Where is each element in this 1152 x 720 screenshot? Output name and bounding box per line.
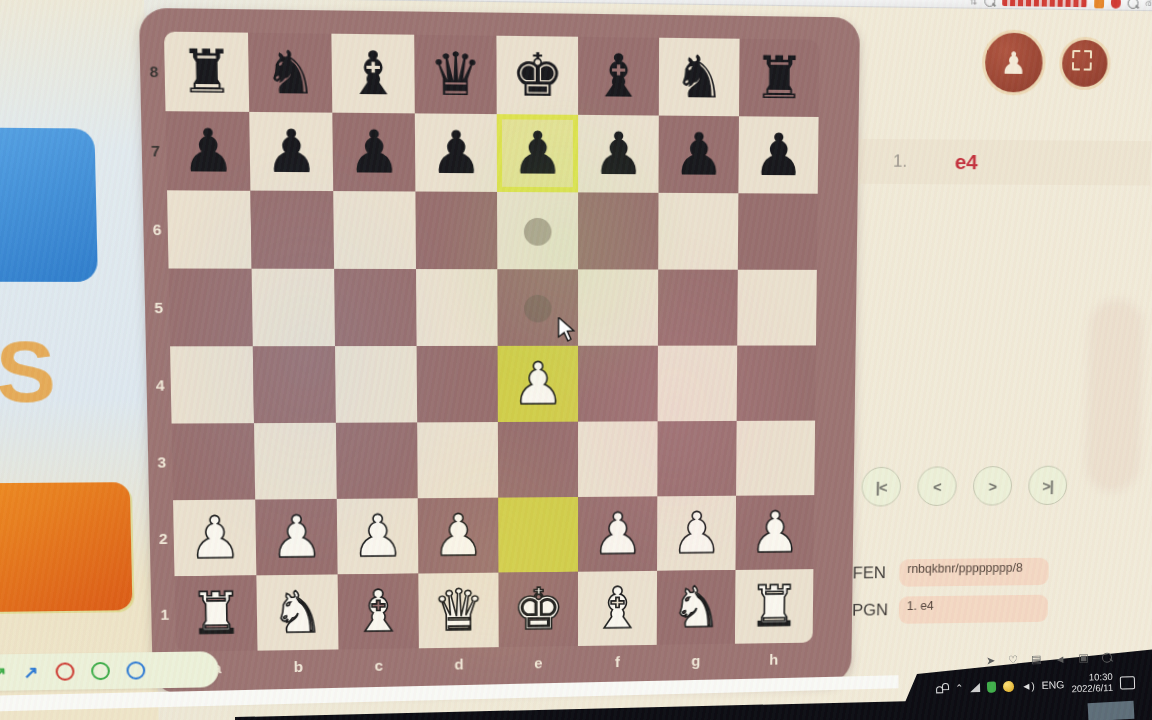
square-a2[interactable]: ♟ bbox=[173, 500, 256, 577]
pgn-row: PGN 1. e4 bbox=[852, 594, 1139, 625]
rank-label-2: 2 bbox=[154, 500, 172, 576]
piece-white-n[interactable]: ♞ bbox=[671, 579, 722, 636]
square-d5[interactable] bbox=[416, 269, 498, 346]
green-arrow-tool[interactable]: ↗ bbox=[0, 664, 7, 681]
file-label-g: g bbox=[657, 652, 735, 670]
piece-black-k[interactable]: ♚ bbox=[511, 45, 564, 105]
square-c7[interactable]: ♟ bbox=[332, 113, 415, 192]
square-c3[interactable] bbox=[336, 422, 418, 498]
square-f8[interactable]: ♝ bbox=[578, 37, 659, 116]
square-f6[interactable] bbox=[578, 192, 658, 269]
rank-label-7: 7 bbox=[146, 111, 165, 190]
square-f3[interactable] bbox=[578, 421, 658, 497]
square-c8[interactable]: ♝ bbox=[331, 34, 414, 114]
square-h6[interactable] bbox=[738, 193, 818, 270]
square-h4[interactable] bbox=[737, 345, 816, 420]
square-b8[interactable]: ♞ bbox=[248, 33, 332, 113]
screen: VS ♜♞♝♛♚♝♞♜♟♟♟♟♟♟♟♟♟♟♟♟♟♟♟♟♜♞♝♛♚♝♞♜ 8765… bbox=[0, 0, 1152, 720]
square-g3[interactable] bbox=[657, 421, 736, 496]
globe-icon[interactable] bbox=[1127, 0, 1138, 9]
vs-text: VS bbox=[0, 322, 53, 423]
square-d4[interactable] bbox=[417, 346, 498, 423]
piece-black-p[interactable]: ♟ bbox=[673, 125, 725, 184]
square-g8[interactable]: ♞ bbox=[659, 38, 740, 117]
nav-first-button[interactable]: |< bbox=[861, 467, 901, 507]
square-f7[interactable]: ♟ bbox=[578, 115, 659, 193]
square-c1[interactable]: ♝ bbox=[338, 574, 419, 650]
square-b2[interactable]: ♟ bbox=[255, 499, 337, 575]
blue-arrow-tool[interactable]: ↗ bbox=[23, 663, 38, 680]
rank-label-4: 4 bbox=[151, 346, 169, 423]
piece-white-p[interactable]: ♟ bbox=[270, 508, 323, 566]
square-e3[interactable] bbox=[498, 422, 578, 498]
piece-black-n[interactable]: ♞ bbox=[673, 47, 725, 107]
red-bookmark-text[interactable] bbox=[1002, 0, 1087, 7]
square-g2[interactable]: ♟ bbox=[657, 496, 736, 571]
piece-black-p[interactable]: ♟ bbox=[347, 122, 401, 182]
red-bookmark-icon[interactable] bbox=[1111, 0, 1121, 8]
square-g6[interactable] bbox=[658, 193, 738, 270]
square-a6[interactable] bbox=[167, 190, 252, 269]
piece-white-p[interactable]: ♟ bbox=[749, 504, 800, 561]
piece-black-p[interactable]: ♟ bbox=[264, 122, 318, 182]
search-icon[interactable] bbox=[984, 0, 995, 7]
square-g7[interactable]: ♟ bbox=[658, 116, 738, 194]
square-e2[interactable] bbox=[498, 497, 578, 573]
square-f4[interactable] bbox=[578, 346, 658, 422]
rank-label-3: 3 bbox=[153, 424, 171, 501]
square-g4[interactable] bbox=[658, 346, 738, 422]
move-number: 1. bbox=[893, 151, 907, 171]
rank-label-8: 8 bbox=[145, 31, 164, 111]
file-label-c: c bbox=[339, 656, 419, 674]
square-d3[interactable] bbox=[417, 422, 498, 498]
annotation-toolbar: ↗↗ bbox=[0, 651, 219, 691]
piece-black-p[interactable]: ♟ bbox=[429, 123, 482, 183]
player-avatar-button[interactable]: ♟ bbox=[982, 29, 1047, 95]
square-a1[interactable]: ♜ bbox=[175, 575, 258, 651]
move-hint-dot-e6[interactable] bbox=[523, 217, 551, 245]
square-f2[interactable]: ♟ bbox=[578, 496, 657, 571]
browser-toolbar-icons: ⇅ ർ bbox=[969, 0, 1151, 9]
square-f5[interactable] bbox=[578, 269, 658, 345]
piece-white-b[interactable]: ♝ bbox=[592, 580, 643, 637]
square-a3[interactable] bbox=[172, 423, 256, 500]
square-c2[interactable]: ♟ bbox=[337, 498, 419, 574]
square-b7[interactable]: ♟ bbox=[249, 112, 333, 191]
square-d8[interactable]: ♛ bbox=[414, 35, 497, 114]
app-window: VS ♜♞♝♛♚♝♞♜♟♟♟♟♟♟♟♟♟♟♟♟♟♟♟♟♜♞♝♛♚♝♞♜ 8765… bbox=[0, 0, 1152, 720]
rank-label-1: 1 bbox=[156, 576, 174, 652]
square-e8[interactable]: ♚ bbox=[496, 36, 578, 115]
square-b6[interactable] bbox=[250, 191, 334, 269]
scroll-arrows-icon[interactable]: ⇅ bbox=[969, 0, 977, 6]
board-grid: ♜♞♝♛♚♝♞♜♟♟♟♟♟♟♟♟♟♟♟♟♟♟♟♟♜♞♝♛♚♝♞♜ bbox=[164, 32, 820, 652]
piece-white-p[interactable]: ♟ bbox=[351, 507, 404, 565]
chess-board: ♜♞♝♛♚♝♞♜♟♟♟♟♟♟♟♟♟♟♟♟♟♟♟♟♜♞♝♛♚♝♞♜ 8765432… bbox=[139, 8, 860, 694]
fen-input[interactable]: rnbqkbnr/pppppppp/8 bbox=[899, 558, 1049, 587]
square-c6[interactable] bbox=[333, 191, 416, 269]
piece-white-p[interactable]: ♟ bbox=[188, 509, 242, 567]
right-panel: ♟ 1. e4 |< < > >| FEN rnbqkbnr/pppppppp/… bbox=[851, 0, 1152, 714]
blue-circle-tool[interactable] bbox=[126, 661, 145, 679]
square-b3[interactable] bbox=[254, 423, 337, 500]
piece-black-r[interactable]: ♜ bbox=[753, 48, 805, 107]
red-circle-tool[interactable] bbox=[55, 662, 74, 680]
piece-black-r[interactable]: ♜ bbox=[179, 41, 234, 102]
square-h5[interactable] bbox=[737, 270, 817, 346]
square-a5[interactable] bbox=[169, 269, 253, 347]
rank-labels: 87654321 bbox=[139, 8, 860, 18]
finger-reflection bbox=[1085, 299, 1144, 492]
square-h7[interactable]: ♟ bbox=[738, 116, 818, 193]
nav-last-button[interactable]: >| bbox=[1028, 466, 1068, 506]
rank-label-5: 5 bbox=[150, 268, 168, 346]
link-icon[interactable]: ർ bbox=[1145, 0, 1151, 9]
move-san[interactable]: e4 bbox=[955, 150, 979, 175]
square-d2[interactable]: ♟ bbox=[418, 498, 499, 574]
piece-black-p[interactable]: ♟ bbox=[511, 124, 564, 183]
nav-next-button[interactable]: > bbox=[973, 466, 1013, 506]
piece-white-b[interactable]: ♝ bbox=[352, 583, 405, 641]
left-background: VS bbox=[0, 0, 159, 720]
pgn-label: PGN bbox=[852, 600, 899, 620]
square-f1[interactable]: ♝ bbox=[578, 571, 657, 646]
orange-extension-icon[interactable] bbox=[1094, 0, 1104, 8]
square-g1[interactable]: ♞ bbox=[657, 570, 736, 645]
square-h1[interactable]: ♜ bbox=[735, 569, 813, 644]
orange-decor-card bbox=[0, 482, 133, 612]
piece-white-r[interactable]: ♜ bbox=[189, 585, 243, 643]
square-d7[interactable]: ♟ bbox=[415, 113, 497, 192]
square-h2[interactable]: ♟ bbox=[735, 495, 814, 570]
piece-black-p[interactable]: ♟ bbox=[752, 126, 804, 185]
square-b1[interactable]: ♞ bbox=[256, 574, 338, 650]
pgn-input[interactable]: 1. e4 bbox=[899, 595, 1048, 624]
piece-white-p[interactable]: ♟ bbox=[432, 507, 484, 565]
square-g5[interactable] bbox=[658, 270, 738, 346]
move-navigation: |< < > >| bbox=[861, 466, 1067, 507]
square-a7[interactable]: ♟ bbox=[165, 111, 250, 190]
file-label-f: f bbox=[578, 653, 657, 671]
fen-label: FEN bbox=[852, 563, 899, 583]
piece-white-n[interactable]: ♞ bbox=[271, 584, 324, 642]
square-c4[interactable] bbox=[335, 346, 417, 423]
piece-black-n[interactable]: ♞ bbox=[263, 42, 318, 103]
pawn-avatar-icon: ♟ bbox=[1000, 45, 1027, 81]
piece-white-p[interactable]: ♟ bbox=[512, 355, 564, 413]
fullscreen-button[interactable] bbox=[1059, 37, 1111, 91]
piece-white-k[interactable]: ♚ bbox=[513, 581, 564, 638]
square-a4[interactable] bbox=[170, 346, 254, 423]
square-b5[interactable] bbox=[252, 269, 335, 347]
file-label-d: d bbox=[419, 655, 499, 673]
square-e4[interactable]: ♟ bbox=[498, 346, 578, 422]
square-d1[interactable]: ♛ bbox=[418, 573, 498, 649]
square-e6[interactable] bbox=[497, 192, 578, 269]
piece-black-p[interactable]: ♟ bbox=[180, 121, 235, 181]
square-d6[interactable] bbox=[415, 191, 497, 269]
square-b4[interactable] bbox=[253, 346, 336, 423]
piece-white-q[interactable]: ♛ bbox=[433, 582, 485, 639]
piece-black-p[interactable]: ♟ bbox=[592, 124, 644, 183]
square-e7[interactable]: ♟ bbox=[497, 114, 578, 192]
rank-label-6: 6 bbox=[148, 190, 166, 268]
piece-black-b[interactable]: ♝ bbox=[346, 43, 400, 103]
square-h3[interactable] bbox=[736, 421, 815, 496]
file-label-e: e bbox=[499, 654, 578, 672]
move-list-row[interactable]: 1. e4 bbox=[858, 139, 1152, 186]
file-label-h: h bbox=[735, 650, 813, 668]
piece-black-b[interactable]: ♝ bbox=[592, 46, 644, 106]
piece-white-r[interactable]: ♜ bbox=[749, 578, 800, 635]
fullscreen-icon bbox=[1074, 52, 1090, 69]
piece-white-p[interactable]: ♟ bbox=[592, 505, 643, 562]
square-e1[interactable]: ♚ bbox=[498, 572, 578, 647]
piece-black-q[interactable]: ♛ bbox=[429, 44, 482, 104]
piece-white-p[interactable]: ♟ bbox=[671, 505, 722, 562]
fen-row: FEN rnbqkbnr/pppppppp/8 bbox=[852, 557, 1140, 588]
nav-prev-button[interactable]: < bbox=[917, 466, 957, 506]
square-c5[interactable] bbox=[334, 269, 416, 346]
file-label-b: b bbox=[258, 657, 339, 675]
square-a8[interactable]: ♜ bbox=[164, 32, 249, 112]
green-circle-tool[interactable] bbox=[90, 662, 109, 680]
square-h8[interactable]: ♜ bbox=[739, 39, 819, 117]
move-hint-dot-e5[interactable] bbox=[523, 294, 551, 322]
file-labels: abcdefgh bbox=[139, 8, 860, 18]
blue-decor-card bbox=[0, 127, 98, 282]
mouse-cursor bbox=[556, 317, 576, 341]
